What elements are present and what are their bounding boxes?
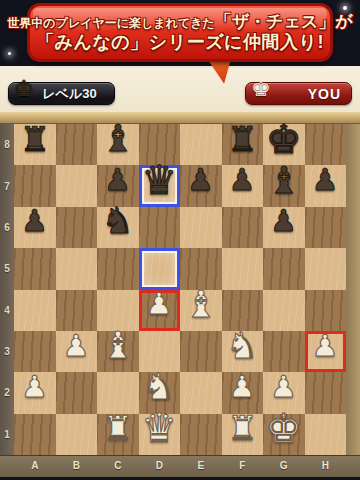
- square-e2[interactable]: [180, 372, 222, 413]
- white-rook-c1[interactable]: ♜: [97, 408, 139, 449]
- white-pawn-f2[interactable]: ♟: [222, 366, 264, 407]
- square-d4[interactable]: ♟: [139, 290, 181, 331]
- file-label-c: C: [97, 455, 139, 477]
- square-a8[interactable]: ♜: [14, 124, 56, 165]
- white-pawn-d4[interactable]: ♟: [139, 284, 181, 325]
- square-c1[interactable]: ♜: [97, 414, 139, 455]
- white-king-icon: ♚: [251, 78, 271, 100]
- promo-banner[interactable]: 世界中のプレイヤーに楽しまれてきた「ザ・チェス」が 「みんなの」シリーズに仲間入…: [27, 3, 333, 62]
- rank-label-8: 8: [0, 124, 14, 165]
- white-knight-d2[interactable]: ♞: [139, 366, 181, 407]
- square-d1[interactable]: ♛: [139, 414, 181, 455]
- square-a2[interactable]: ♟: [14, 372, 56, 413]
- square-a4[interactable]: [14, 290, 56, 331]
- square-h3[interactable]: ♟: [305, 331, 347, 372]
- black-rook-a8[interactable]: ♜: [14, 118, 56, 159]
- file-label-f: F: [222, 455, 264, 477]
- black-bishop-c8[interactable]: ♝: [97, 118, 139, 159]
- rank-label-6: 6: [0, 207, 14, 248]
- promo-banner-line1: 世界中のプレイヤーに楽しまれてきた「ザ・チェス」が: [7, 12, 352, 32]
- square-b3[interactable]: ♟: [56, 331, 98, 372]
- black-rook-f8[interactable]: ♜: [222, 118, 264, 159]
- white-king-g1[interactable]: ♚: [263, 408, 305, 449]
- black-bishop-g7[interactable]: ♝: [263, 159, 305, 200]
- black-king-icon: ♚: [14, 78, 34, 100]
- square-d7[interactable]: ♛: [139, 165, 181, 206]
- square-e4[interactable]: ♝: [180, 290, 222, 331]
- black-queen-d7[interactable]: ♛: [139, 159, 181, 200]
- file-label-h: H: [305, 455, 347, 477]
- rank-label-2: 2: [0, 372, 14, 413]
- chess-board: 87654321 ABCDEFGH ♜♝♜♚♟♛♟♟♝♟♟♞♟♟♝♟♝♞♟♟♞♟…: [0, 112, 360, 477]
- square-b2[interactable]: [56, 372, 98, 413]
- square-g5[interactable]: [263, 248, 305, 289]
- white-rook-f1[interactable]: ♜: [222, 408, 264, 449]
- black-pawn-f7[interactable]: ♟: [222, 159, 264, 200]
- white-bishop-c3[interactable]: ♝: [97, 325, 139, 366]
- black-pawn-e7[interactable]: ♟: [180, 159, 222, 200]
- white-pawn-a2[interactable]: ♟: [14, 366, 56, 407]
- white-pawn-b3[interactable]: ♟: [56, 325, 98, 366]
- app-screen: 世界中のプレイヤーに楽しまれてきた「ザ・チェス」が 「みんなの」シリーズに仲間入…: [0, 0, 360, 480]
- you-player-bar: ♚ YOU: [245, 82, 352, 105]
- rank-label-4: 4: [0, 290, 14, 331]
- rank-label-5: 5: [0, 248, 14, 289]
- square-h7[interactable]: ♟: [305, 165, 347, 206]
- file-label-a: A: [14, 455, 56, 477]
- square-b7[interactable]: [56, 165, 98, 206]
- black-pawn-h7[interactable]: ♟: [305, 159, 347, 200]
- square-e1[interactable]: [180, 414, 222, 455]
- square-g6[interactable]: ♟: [263, 207, 305, 248]
- square-f5[interactable]: [222, 248, 264, 289]
- white-pawn-h3[interactable]: ♟: [305, 325, 347, 366]
- square-c3[interactable]: ♝: [97, 331, 139, 372]
- black-pawn-c7[interactable]: ♟: [97, 159, 139, 200]
- board-frame-right: [346, 124, 360, 455]
- square-e7[interactable]: ♟: [180, 165, 222, 206]
- file-label-b: B: [56, 455, 98, 477]
- promo-banner-line2: 「みんなの」シリーズに仲間入り!: [36, 32, 324, 53]
- rank-label-3: 3: [0, 331, 14, 372]
- square-h6[interactable]: [305, 207, 347, 248]
- square-f6[interactable]: [222, 207, 264, 248]
- board-grid: ♜♝♜♚♟♛♟♟♝♟♟♞♟♟♝♟♝♞♟♟♞♟♟♜♛♜♚: [14, 124, 346, 455]
- square-b1[interactable]: [56, 414, 98, 455]
- square-c6[interactable]: ♞: [97, 207, 139, 248]
- rank-labels: 87654321: [0, 124, 14, 455]
- white-bishop-e4[interactable]: ♝: [180, 284, 222, 325]
- rank-label-1: 1: [0, 414, 14, 455]
- square-h5[interactable]: [305, 248, 347, 289]
- square-b5[interactable]: [56, 248, 98, 289]
- square-b8[interactable]: [56, 124, 98, 165]
- sparkle-decoration: [8, 52, 11, 55]
- white-knight-f3[interactable]: ♞: [222, 325, 264, 366]
- white-pawn-g2[interactable]: ♟: [263, 366, 305, 407]
- opponent-player-bar: ♚ レベル30: [8, 82, 115, 105]
- file-labels: ABCDEFGH: [14, 455, 346, 477]
- square-a1[interactable]: [14, 414, 56, 455]
- square-a5[interactable]: [14, 248, 56, 289]
- file-label-g: G: [263, 455, 305, 477]
- square-c5[interactable]: [97, 248, 139, 289]
- square-b6[interactable]: [56, 207, 98, 248]
- square-g1[interactable]: ♚: [263, 414, 305, 455]
- file-label-d: D: [139, 455, 181, 477]
- black-pawn-g6[interactable]: ♟: [263, 201, 305, 242]
- black-king-g8[interactable]: ♚: [263, 118, 305, 159]
- square-a6[interactable]: ♟: [14, 207, 56, 248]
- square-f1[interactable]: ♜: [222, 414, 264, 455]
- white-queen-d1[interactable]: ♛: [139, 408, 181, 449]
- black-knight-c6[interactable]: ♞: [97, 201, 139, 242]
- sparkle-decoration: [343, 6, 347, 10]
- square-e3[interactable]: [180, 331, 222, 372]
- black-pawn-a6[interactable]: ♟: [14, 201, 56, 242]
- square-f7[interactable]: ♟: [222, 165, 264, 206]
- square-g4[interactable]: [263, 290, 305, 331]
- rank-label-7: 7: [0, 165, 14, 206]
- square-d6[interactable]: [139, 207, 181, 248]
- square-e6[interactable]: [180, 207, 222, 248]
- square-h2[interactable]: [305, 372, 347, 413]
- file-label-e: E: [180, 455, 222, 477]
- square-h1[interactable]: [305, 414, 347, 455]
